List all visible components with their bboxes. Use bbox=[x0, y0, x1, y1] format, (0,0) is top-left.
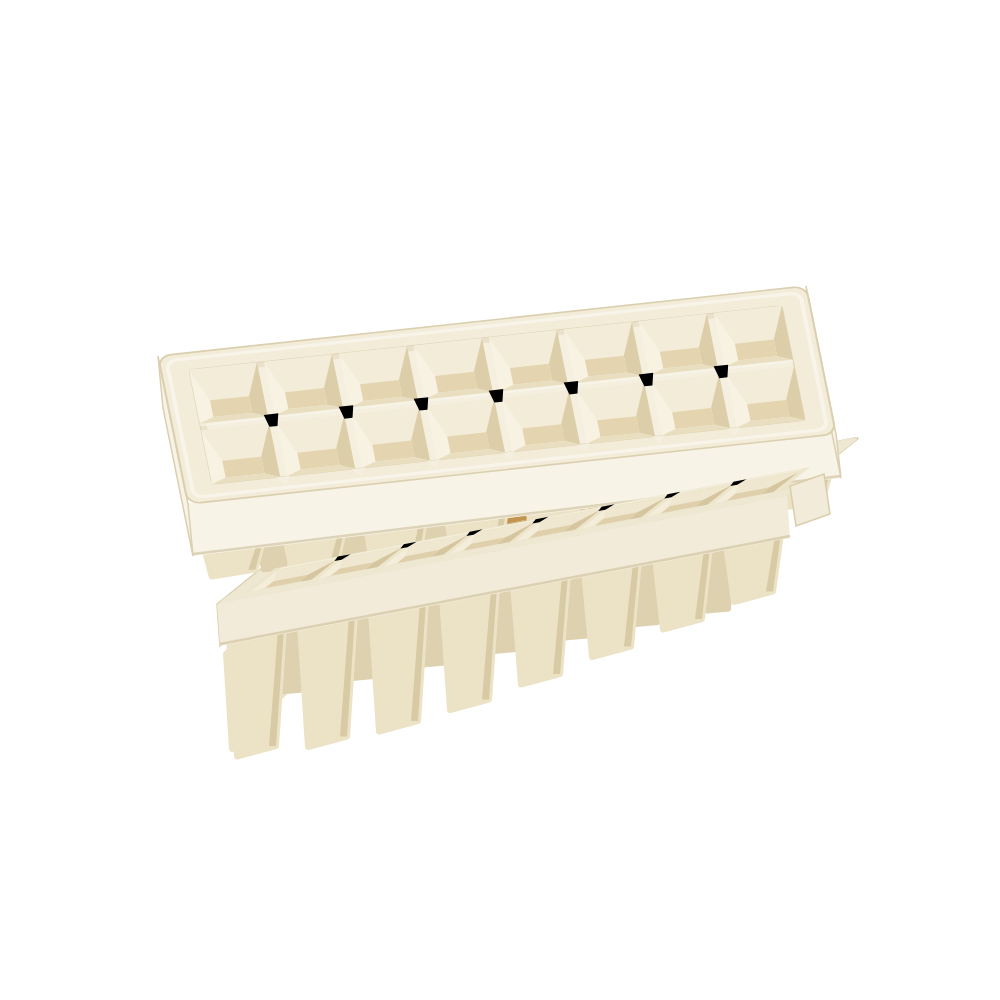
cube-cell bbox=[564, 322, 643, 383]
cube-cell bbox=[639, 314, 718, 375]
cube-cell bbox=[339, 346, 418, 407]
cube-cell bbox=[201, 423, 280, 484]
cube-cell bbox=[426, 399, 505, 460]
cube-cell bbox=[189, 362, 268, 423]
cube-cell bbox=[489, 330, 568, 391]
cube-cell bbox=[651, 374, 730, 435]
cube-cell bbox=[414, 338, 493, 399]
product-photo bbox=[0, 0, 1000, 1000]
cube-cell bbox=[351, 407, 430, 468]
cube-cell bbox=[576, 382, 655, 443]
cube-cell bbox=[714, 306, 793, 367]
cube-cell bbox=[501, 390, 580, 451]
cube-cell bbox=[264, 354, 343, 415]
cube-cell bbox=[276, 415, 355, 476]
cube-cell bbox=[726, 366, 805, 427]
ice-cube-trays-illustration bbox=[0, 0, 1000, 1000]
